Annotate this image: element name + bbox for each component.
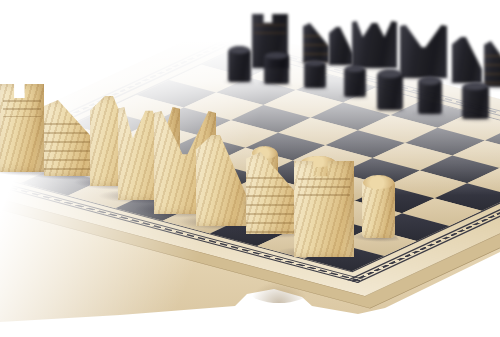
piece-body [0, 84, 44, 172]
chess-set-photo [0, 0, 500, 337]
piece-white-bishop-f1[interactable] [196, 135, 248, 226]
piece-white-pawn-h2[interactable] [362, 175, 395, 238]
piece-white-rook-a1[interactable] [0, 84, 44, 172]
piece-body [362, 175, 395, 238]
piece-white-rook-h1[interactable] [294, 161, 354, 257]
piece-body [196, 135, 248, 226]
white-pieces-layer [0, 0, 500, 337]
piece-body [294, 161, 354, 257]
